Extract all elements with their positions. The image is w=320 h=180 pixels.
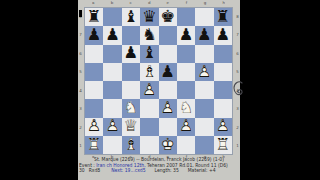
- piece-outline: ♙: [197, 64, 212, 81]
- square-d3: [140, 99, 158, 117]
- move-number: 30: [79, 168, 85, 173]
- square-a5: [85, 63, 103, 81]
- white-rook: ♜♖: [87, 137, 102, 154]
- black-pawn: ♟: [124, 45, 139, 62]
- black-pawn: ♟: [87, 27, 102, 44]
- black-queen: ♛: [142, 9, 157, 26]
- white-knight: ♞♘: [124, 100, 139, 117]
- piece-outline: ♙: [105, 118, 120, 135]
- white-knight: ♞♘: [179, 100, 194, 117]
- piece-outline: ♗: [142, 64, 157, 81]
- file-label: h: [214, 1, 233, 5]
- square-e8: ♚: [159, 8, 177, 26]
- square-b7: ♟: [103, 26, 121, 44]
- square-d2: [140, 118, 158, 136]
- black-bishop: ♝: [142, 45, 157, 62]
- black-knight: ♞: [142, 27, 157, 44]
- chess-viewer-panel: abcdefgh 87654321 ♜♝♛♚♜♟♟♞♟♟♟♟♝♝♗♟♟♙♟♙♞♘…: [78, 0, 240, 180]
- rank-label: 1: [78, 137, 83, 156]
- square-c2: ♛♕: [122, 118, 140, 136]
- rank-label: 6: [78, 44, 83, 63]
- next-move: Next: 19...cxd5: [111, 168, 145, 173]
- piece-outline: ♕: [124, 118, 139, 135]
- square-a6: [85, 45, 103, 63]
- material-balance: Material: +4: [188, 168, 216, 173]
- square-d4: ♟♙: [140, 81, 158, 99]
- black-to-move-indicator: [79, 10, 82, 17]
- piece-outline: ♙: [160, 100, 175, 117]
- piece-outline: ♖: [87, 137, 102, 154]
- black-pawn: ♟: [197, 27, 212, 44]
- rank-label: 3: [78, 100, 83, 119]
- left-black-bar: [0, 0, 78, 180]
- piece-outline: ♙: [87, 118, 102, 135]
- white-pawn: ♟♙: [197, 64, 212, 81]
- square-f7: ♟: [177, 26, 195, 44]
- piece-outline: ♖: [215, 137, 230, 154]
- rank-labels-left: 87654321: [78, 7, 83, 155]
- square-f3: ♞♘: [177, 99, 195, 117]
- square-f1: [177, 136, 195, 154]
- square-c3: ♞♘: [122, 99, 140, 117]
- rank-label: 4: [78, 81, 83, 100]
- square-h1: ♜♖: [214, 136, 232, 154]
- square-d5: ♝♗: [140, 63, 158, 81]
- piece-outline: ♘: [179, 100, 194, 117]
- eco-code: (D6): [218, 162, 228, 167]
- file-labels-top-row: abcdefgh: [84, 0, 233, 6]
- white-bishop: ♝♗: [124, 137, 139, 154]
- square-c5: [122, 63, 140, 81]
- white-pawn: ♟♙: [142, 82, 157, 99]
- file-label: e: [159, 1, 178, 5]
- file-labels-top: abcdefgh: [84, 0, 233, 6]
- rank-label: 5: [78, 63, 83, 82]
- square-a1: ♜♖: [85, 136, 103, 154]
- square-h4: [214, 81, 232, 99]
- white-pawn: ♟♙: [215, 118, 230, 135]
- square-a4: [85, 81, 103, 99]
- black-pawn: ♟: [105, 27, 120, 44]
- square-h7: ♟: [214, 26, 232, 44]
- square-h6: [214, 45, 232, 63]
- file-label: d: [140, 1, 159, 5]
- square-a3: [85, 99, 103, 117]
- white-rook: ♜♖: [215, 137, 230, 154]
- square-b8: [103, 8, 121, 26]
- square-a8: ♜: [85, 8, 103, 26]
- white-pawn: ♟♙: [179, 118, 194, 135]
- file-label: a: [84, 1, 103, 5]
- white-pawn: ♟♙: [87, 118, 102, 135]
- right-black-bar: [240, 0, 320, 180]
- square-h2: ♟♙: [214, 118, 232, 136]
- square-e7: [159, 26, 177, 44]
- event-name: Iran ch Honored 12th,: [96, 162, 145, 167]
- square-f8: [177, 8, 195, 26]
- square-g4: [195, 81, 213, 99]
- square-g6: [195, 45, 213, 63]
- square-e4: [159, 81, 177, 99]
- white-player-name: St. Marque (2269): [94, 157, 135, 162]
- square-g2: [195, 118, 213, 136]
- square-d8: ♛: [140, 8, 158, 26]
- square-b1: [103, 136, 121, 154]
- square-d7: ♞: [140, 26, 158, 44]
- game-result: (1-0): [213, 157, 224, 162]
- square-g8: [195, 8, 213, 26]
- square-d1: [140, 136, 158, 154]
- square-c8: ♝: [122, 8, 140, 26]
- square-c7: [122, 26, 140, 44]
- square-a7: ♟: [85, 26, 103, 44]
- square-f5: [177, 63, 195, 81]
- square-e2: [159, 118, 177, 136]
- piece-outline: ♔: [160, 137, 175, 154]
- rank-label: 8: [235, 7, 240, 26]
- file-label: g: [196, 1, 215, 5]
- square-e5: ♟: [159, 63, 177, 81]
- piece-outline: ♗: [124, 137, 139, 154]
- rank-labels-left-col: 87654321: [78, 7, 83, 155]
- black-pawn: ♟: [179, 27, 194, 44]
- piece-outline: ♙: [215, 118, 230, 135]
- rank-label: 2: [235, 118, 240, 137]
- piece-outline: ♙: [179, 118, 194, 135]
- rank-label: 7: [78, 26, 83, 45]
- square-f2: ♟♙: [177, 118, 195, 136]
- rank-label: 6: [235, 44, 240, 63]
- square-g1: [195, 136, 213, 154]
- black-rook: ♜: [87, 9, 102, 26]
- piece-outline: ♙: [142, 82, 157, 99]
- white-pawn: ♟♙: [105, 118, 120, 135]
- square-b6: [103, 45, 121, 63]
- black-pawn: ♟: [160, 64, 175, 81]
- square-b4: [103, 81, 121, 99]
- square-c1: ♝♗: [122, 136, 140, 154]
- square-f6: [177, 45, 195, 63]
- white-queen: ♛♕: [124, 118, 139, 135]
- file-label: c: [121, 1, 140, 5]
- square-e1: ♚♔: [159, 136, 177, 154]
- square-a2: ♟♙: [85, 118, 103, 136]
- file-label: b: [103, 1, 122, 5]
- square-b2: ♟♙: [103, 118, 121, 136]
- black-pawn: ♟: [215, 27, 230, 44]
- square-b5: [103, 63, 121, 81]
- rank-label: 2: [78, 118, 83, 137]
- square-e3: ♟♙: [159, 99, 177, 117]
- square-g5: ♟♙: [195, 63, 213, 81]
- square-f4: [177, 81, 195, 99]
- players-separator: --: [136, 157, 139, 162]
- black-king: ♚: [160, 9, 175, 26]
- piece-outline: ♘: [124, 100, 139, 117]
- black-rook: ♜: [215, 9, 230, 26]
- square-h3: [214, 99, 232, 117]
- square-b3: [103, 99, 121, 117]
- square-e6: [159, 45, 177, 63]
- rank-label: 3: [235, 100, 240, 119]
- square-d6: ♝: [140, 45, 158, 63]
- black-bishop: ♝: [124, 9, 139, 26]
- file-label: f: [177, 1, 196, 5]
- chess-board: ♜♝♛♚♜♟♟♞♟♟♟♟♝♝♗♟♟♙♟♙♞♘♟♙♞♘♟♙♟♙♛♕♟♙♟♙♜♖♝♗…: [84, 7, 233, 155]
- signature-squiggle-watermark: [232, 79, 246, 99]
- event-label: Event :: [79, 162, 95, 167]
- current-move: Rxd8: [89, 168, 101, 173]
- square-h8: ♜: [214, 8, 232, 26]
- white-king: ♚♔: [160, 137, 175, 154]
- square-h5: [214, 63, 232, 81]
- black-player-name: Bourdelan, Franck Jacob (2269): [141, 157, 212, 162]
- rank-label: 1: [235, 137, 240, 156]
- game-length: Length: 35: [155, 168, 179, 173]
- square-c4: [122, 81, 140, 99]
- video-frame: abcdefgh 87654321 ♜♝♛♚♜♟♟♞♟♟♟♟♝♝♗♟♟♙♟♙♞♘…: [0, 0, 320, 180]
- square-c6: ♟: [122, 45, 140, 63]
- white-bishop: ♝♗: [142, 64, 157, 81]
- move-caption-line: 30 Rxd8 Next: 19...cxd5 Length: 35 Mater…: [78, 168, 240, 174]
- square-g7: ♟: [195, 26, 213, 44]
- white-pawn: ♟♙: [160, 100, 175, 117]
- event-site-date: Teheran 2007 Rd.01, Round 11: [147, 162, 217, 167]
- square-g3: [195, 99, 213, 117]
- rank-label: 7: [235, 26, 240, 45]
